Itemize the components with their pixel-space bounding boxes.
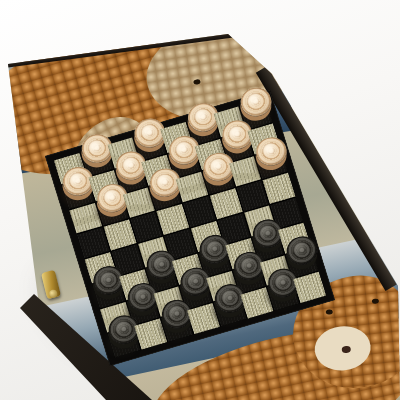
leopard-eye-icon [371, 298, 378, 304]
product-photo [0, 0, 400, 400]
square-h1[interactable] [294, 272, 326, 303]
leopard-eye-icon [193, 79, 201, 85]
leopard-eye-icon [325, 310, 332, 316]
